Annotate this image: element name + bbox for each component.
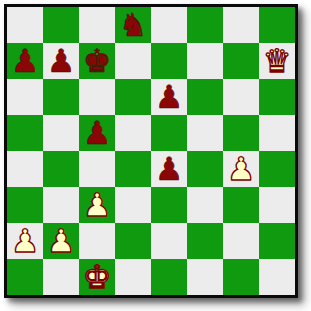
black-knight[interactable]: ♞ <box>115 7 151 43</box>
square-d8[interactable]: ♞ <box>115 7 151 43</box>
square-f6[interactable] <box>187 79 223 115</box>
square-e7[interactable] <box>151 43 187 79</box>
square-h7[interactable]: ♛ <box>259 43 295 79</box>
square-d6[interactable] <box>115 79 151 115</box>
square-f7[interactable] <box>187 43 223 79</box>
chess-board: ♞♟♟♚♛♟♟♟♟♟♟♟♚ <box>7 7 295 295</box>
square-f1[interactable] <box>187 259 223 295</box>
square-a6[interactable] <box>7 79 43 115</box>
square-h1[interactable] <box>259 259 295 295</box>
square-c4[interactable] <box>79 151 115 187</box>
square-g8[interactable] <box>223 7 259 43</box>
black-pawn[interactable]: ♟ <box>79 115 115 151</box>
square-h5[interactable] <box>259 115 295 151</box>
square-a2[interactable]: ♟ <box>7 223 43 259</box>
square-h2[interactable] <box>259 223 295 259</box>
square-f4[interactable] <box>187 151 223 187</box>
square-g3[interactable] <box>223 187 259 223</box>
square-e2[interactable] <box>151 223 187 259</box>
square-d7[interactable] <box>115 43 151 79</box>
square-g2[interactable] <box>223 223 259 259</box>
square-b7[interactable]: ♟ <box>43 43 79 79</box>
square-b4[interactable] <box>43 151 79 187</box>
square-h3[interactable] <box>259 187 295 223</box>
square-a7[interactable]: ♟ <box>7 43 43 79</box>
square-h6[interactable] <box>259 79 295 115</box>
square-g4[interactable]: ♟ <box>223 151 259 187</box>
square-e4[interactable]: ♟ <box>151 151 187 187</box>
square-d5[interactable] <box>115 115 151 151</box>
black-pawn[interactable]: ♟ <box>43 43 79 79</box>
square-e1[interactable] <box>151 259 187 295</box>
square-h8[interactable] <box>259 7 295 43</box>
square-b2[interactable]: ♟ <box>43 223 79 259</box>
square-e5[interactable] <box>151 115 187 151</box>
black-pawn[interactable]: ♟ <box>151 79 187 115</box>
square-c3[interactable]: ♟ <box>79 187 115 223</box>
square-e3[interactable] <box>151 187 187 223</box>
square-c6[interactable] <box>79 79 115 115</box>
square-e8[interactable] <box>151 7 187 43</box>
white-pawn[interactable]: ♟ <box>43 223 79 259</box>
square-f5[interactable] <box>187 115 223 151</box>
square-g6[interactable] <box>223 79 259 115</box>
square-a3[interactable] <box>7 187 43 223</box>
square-b3[interactable] <box>43 187 79 223</box>
square-d3[interactable] <box>115 187 151 223</box>
black-king[interactable]: ♚ <box>79 43 115 79</box>
square-a1[interactable] <box>7 259 43 295</box>
white-pawn[interactable]: ♟ <box>79 187 115 223</box>
square-f8[interactable] <box>187 7 223 43</box>
black-pawn[interactable]: ♟ <box>151 151 187 187</box>
chess-app: ♞♟♟♚♛♟♟♟♟♟♟♟♚ <box>0 0 311 311</box>
square-c2[interactable] <box>79 223 115 259</box>
square-c8[interactable] <box>79 7 115 43</box>
square-c1[interactable]: ♚ <box>79 259 115 295</box>
square-b8[interactable] <box>43 7 79 43</box>
board-frame: ♞♟♟♚♛♟♟♟♟♟♟♟♚ <box>4 4 298 298</box>
square-h4[interactable] <box>259 151 295 187</box>
square-a4[interactable] <box>7 151 43 187</box>
white-king[interactable]: ♚ <box>79 259 115 295</box>
square-b6[interactable] <box>43 79 79 115</box>
square-b5[interactable] <box>43 115 79 151</box>
square-d1[interactable] <box>115 259 151 295</box>
white-pawn[interactable]: ♟ <box>7 223 43 259</box>
square-d2[interactable] <box>115 223 151 259</box>
square-b1[interactable] <box>43 259 79 295</box>
white-pawn[interactable]: ♟ <box>223 151 259 187</box>
square-a5[interactable] <box>7 115 43 151</box>
square-g7[interactable] <box>223 43 259 79</box>
square-a8[interactable] <box>7 7 43 43</box>
square-g5[interactable] <box>223 115 259 151</box>
square-f3[interactable] <box>187 187 223 223</box>
square-e6[interactable]: ♟ <box>151 79 187 115</box>
square-d4[interactable] <box>115 151 151 187</box>
square-g1[interactable] <box>223 259 259 295</box>
square-f2[interactable] <box>187 223 223 259</box>
square-c5[interactable]: ♟ <box>79 115 115 151</box>
white-queen[interactable]: ♛ <box>259 43 295 79</box>
square-c7[interactable]: ♚ <box>79 43 115 79</box>
black-pawn[interactable]: ♟ <box>7 43 43 79</box>
